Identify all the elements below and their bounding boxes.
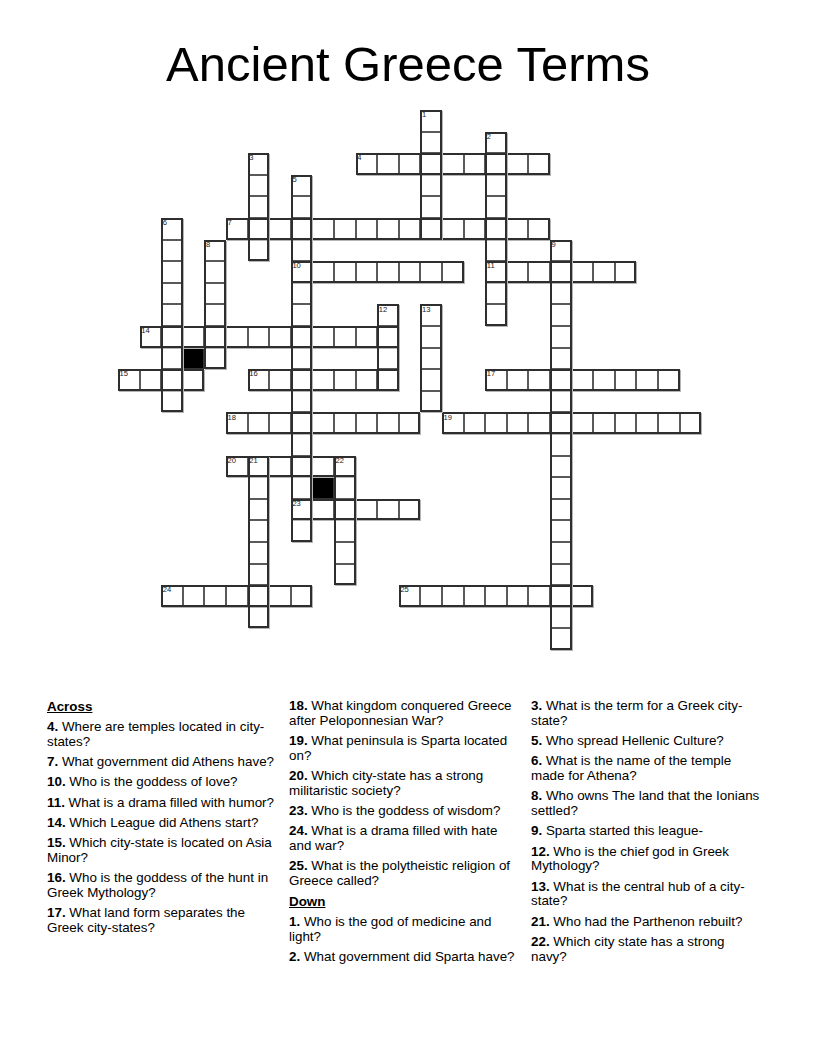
grid-cell[interactable] bbox=[356, 369, 378, 391]
grid-cell[interactable] bbox=[485, 196, 507, 218]
clue-number: 21. bbox=[531, 914, 550, 929]
grid-cell[interactable] bbox=[420, 132, 442, 154]
grid-cell[interactable] bbox=[528, 412, 550, 434]
grid-cell[interactable] bbox=[680, 412, 702, 434]
clue-text: Which League did Athens start? bbox=[66, 815, 259, 830]
clue-down-22: 22. Which city state has a strong navy? bbox=[531, 935, 761, 964]
grid-cell[interactable] bbox=[291, 520, 313, 542]
grid-cell[interactable] bbox=[291, 391, 313, 413]
grid-cell[interactable] bbox=[291, 218, 313, 240]
grid-cell[interactable] bbox=[248, 499, 270, 521]
black-cell bbox=[183, 348, 205, 370]
clue-number: 18. bbox=[289, 698, 308, 713]
grid-cell[interactable] bbox=[464, 153, 486, 175]
grid-cell[interactable] bbox=[312, 456, 334, 478]
grid-cell[interactable] bbox=[572, 369, 594, 391]
clue-number: 10. bbox=[47, 774, 66, 789]
clue-across-7: 7. What government did Athens have? bbox=[47, 755, 277, 770]
grid-cell[interactable] bbox=[312, 369, 334, 391]
clue-number: 9. bbox=[531, 823, 542, 838]
grid-cell[interactable] bbox=[550, 628, 572, 650]
across-heading: Across bbox=[47, 699, 277, 714]
grid-cell[interactable] bbox=[248, 153, 270, 175]
grid-cell[interactable] bbox=[572, 261, 594, 283]
grid-cell[interactable] bbox=[291, 499, 313, 521]
grid-cell[interactable] bbox=[420, 391, 442, 413]
clue-text: Which city-state is located on Asia Mino… bbox=[47, 835, 272, 865]
grid-cell[interactable] bbox=[485, 369, 507, 391]
clue-number: 19. bbox=[289, 733, 308, 748]
grid-cell[interactable] bbox=[550, 456, 572, 478]
grid-cell[interactable] bbox=[550, 348, 572, 370]
clue-down-3: 3. What is the term for a Greek city-sta… bbox=[531, 699, 761, 728]
clue-number: 4. bbox=[47, 719, 58, 734]
clue-across-18: 18. What kingdom conquered Greece after … bbox=[289, 699, 519, 728]
grid-cell[interactable] bbox=[420, 304, 442, 326]
grid-cell[interactable] bbox=[507, 369, 529, 391]
grid-cell[interactable] bbox=[204, 304, 226, 326]
grid-cell[interactable] bbox=[161, 283, 183, 305]
grid-cell[interactable] bbox=[161, 391, 183, 413]
grid-cell[interactable] bbox=[334, 520, 356, 542]
clue-number: 2. bbox=[289, 949, 300, 964]
grid-cell[interactable] bbox=[420, 175, 442, 197]
grid-cell[interactable] bbox=[420, 348, 442, 370]
grid-cell[interactable] bbox=[248, 607, 270, 629]
grid-cell[interactable] bbox=[248, 175, 270, 197]
grid-cell[interactable] bbox=[312, 499, 334, 521]
grid-cell[interactable] bbox=[572, 585, 594, 607]
grid-cell[interactable] bbox=[248, 456, 270, 478]
grid-cell[interactable] bbox=[356, 153, 378, 175]
clue-down-2: 2. What government did Sparta have? bbox=[289, 950, 519, 965]
grid-cell[interactable] bbox=[528, 585, 550, 607]
grid-cell[interactable] bbox=[291, 175, 313, 197]
grid-cell[interactable] bbox=[507, 218, 529, 240]
grid-cell[interactable] bbox=[334, 542, 356, 564]
grid-cell[interactable] bbox=[442, 261, 464, 283]
grid-cell[interactable] bbox=[140, 369, 162, 391]
grid-cell[interactable] bbox=[334, 326, 356, 348]
grid-cell[interactable] bbox=[161, 240, 183, 262]
grid-cell[interactable] bbox=[334, 369, 356, 391]
grid-cell[interactable] bbox=[226, 218, 248, 240]
grid-cell[interactable] bbox=[356, 218, 378, 240]
grid-cell[interactable] bbox=[485, 261, 507, 283]
grid-cell[interactable] bbox=[550, 304, 572, 326]
grid-cell[interactable] bbox=[248, 369, 270, 391]
grid-cell[interactable] bbox=[593, 261, 615, 283]
clue-text: Sparta started this league- bbox=[542, 823, 703, 838]
clue-down-5: 5. Who spread Hellenic Culture? bbox=[531, 734, 761, 749]
clue-across-16: 16. Who is the goddess of the hunt in Gr… bbox=[47, 871, 277, 900]
clue-text: What peninsula is Sparta located on? bbox=[289, 733, 507, 763]
clue-number: 24. bbox=[289, 823, 308, 838]
puzzle-title: Ancient Greece Terms bbox=[0, 36, 816, 92]
grid-cell[interactable] bbox=[356, 412, 378, 434]
clue-number: 1. bbox=[289, 914, 300, 929]
grid-cell[interactable] bbox=[550, 542, 572, 564]
clue-text: Who is the goddess of love? bbox=[66, 774, 238, 789]
grid-cell[interactable] bbox=[420, 369, 442, 391]
grid-cell[interactable] bbox=[334, 412, 356, 434]
grid-cell[interactable] bbox=[485, 153, 507, 175]
grid-cell[interactable] bbox=[356, 326, 378, 348]
clue-text: Who had the Parthenon rebuilt? bbox=[550, 914, 743, 929]
grid-cell[interactable] bbox=[399, 261, 421, 283]
clue-text: Which city state has a strong navy? bbox=[531, 934, 725, 964]
clue-text: Who is the chief god in Greek Mythology? bbox=[531, 844, 729, 874]
grid-cell[interactable] bbox=[550, 585, 572, 607]
grid-cell[interactable] bbox=[377, 218, 399, 240]
clue-number: 23. bbox=[289, 803, 308, 818]
grid-cell[interactable] bbox=[226, 456, 248, 478]
grid-cell[interactable] bbox=[550, 412, 572, 434]
grid-cell[interactable] bbox=[485, 132, 507, 154]
grid-cell[interactable] bbox=[399, 153, 421, 175]
grid-cell[interactable] bbox=[572, 412, 594, 434]
grid-cell[interactable] bbox=[658, 369, 680, 391]
clue-number: 11. bbox=[47, 795, 65, 810]
grid-cell[interactable] bbox=[356, 499, 378, 521]
grid-cell[interactable] bbox=[248, 585, 270, 607]
grid-cell[interactable] bbox=[291, 369, 313, 391]
clue-number: 7. bbox=[47, 754, 58, 769]
grid-cell[interactable] bbox=[636, 412, 658, 434]
grid-cell[interactable] bbox=[334, 261, 356, 283]
clue-across-10: 10. Who is the goddess of love? bbox=[47, 775, 277, 790]
grid-cell[interactable] bbox=[312, 261, 334, 283]
grid-cell[interactable] bbox=[420, 326, 442, 348]
grid-cell[interactable] bbox=[334, 456, 356, 478]
grid-cell[interactable] bbox=[269, 456, 291, 478]
clue-down-9: 9. Sparta started this league- bbox=[531, 824, 761, 839]
grid-cell[interactable] bbox=[636, 369, 658, 391]
clue-text: Which city-state has a strong militarist… bbox=[289, 768, 483, 798]
grid-cell[interactable] bbox=[485, 283, 507, 305]
grid-cell[interactable] bbox=[226, 326, 248, 348]
grid-cell[interactable] bbox=[464, 218, 486, 240]
clue-number: 8. bbox=[531, 788, 542, 803]
crossword-grid: 1234567891011121314151617181920212223242… bbox=[118, 110, 701, 650]
clue-down-6: 6. What is the name of the temple made f… bbox=[531, 754, 761, 783]
clue-number: 17. bbox=[47, 905, 66, 920]
clue-number: 12. bbox=[531, 844, 550, 859]
grid-cell[interactable] bbox=[312, 218, 334, 240]
grid-cell[interactable] bbox=[377, 153, 399, 175]
grid-cell[interactable] bbox=[204, 240, 226, 262]
grid-cell[interactable] bbox=[161, 326, 183, 348]
grid-cell[interactable] bbox=[550, 477, 572, 499]
grid-cell[interactable] bbox=[550, 499, 572, 521]
clue-text: Where are temples located in city-states… bbox=[47, 719, 264, 749]
grid-cell[interactable] bbox=[334, 499, 356, 521]
clue-text: What is the term for a Greek city-state? bbox=[531, 698, 742, 728]
grid-cell[interactable] bbox=[615, 412, 637, 434]
grid-cell[interactable] bbox=[550, 369, 572, 391]
grid-cell[interactable] bbox=[528, 218, 550, 240]
clue-down-13: 13. What is the central hub of a city-st… bbox=[531, 880, 761, 909]
grid-cell[interactable] bbox=[442, 585, 464, 607]
grid-cell[interactable] bbox=[420, 153, 442, 175]
grid-cell[interactable] bbox=[226, 412, 248, 434]
clue-number: 6. bbox=[531, 753, 542, 768]
grid-cell[interactable] bbox=[248, 326, 270, 348]
clue-text: What government did Athens have? bbox=[58, 754, 274, 769]
grid-cell[interactable] bbox=[615, 369, 637, 391]
grid-cell[interactable] bbox=[550, 326, 572, 348]
grid-cell[interactable] bbox=[334, 477, 356, 499]
grid-cell[interactable] bbox=[204, 326, 226, 348]
grid-cell[interactable] bbox=[442, 153, 464, 175]
grid-cell[interactable] bbox=[161, 348, 183, 370]
grid-cell[interactable] bbox=[161, 369, 183, 391]
grid-cell[interactable] bbox=[269, 326, 291, 348]
grid-cell[interactable] bbox=[312, 326, 334, 348]
clue-text: What land form separates the Greek city-… bbox=[47, 905, 245, 935]
clue-text: What is the name of the temple made for … bbox=[531, 753, 731, 783]
clue-number: 20. bbox=[289, 768, 308, 783]
clue-text: Who is the goddess of the hunt in Greek … bbox=[47, 870, 268, 900]
clue-text: What is the central hub of a city-state? bbox=[531, 879, 745, 909]
grid-cell[interactable] bbox=[248, 477, 270, 499]
grid-cell[interactable] bbox=[161, 261, 183, 283]
grid-cell[interactable] bbox=[248, 196, 270, 218]
clue-text: What kingdom conquered Greece after Pelo… bbox=[289, 698, 512, 728]
grid-cell[interactable] bbox=[291, 348, 313, 370]
grid-cell[interactable] bbox=[269, 218, 291, 240]
clue-down-12: 12. Who is the chief god in Greek Mythol… bbox=[531, 845, 761, 874]
clue-column-middle: 18. What kingdom conquered Greece after … bbox=[289, 699, 519, 971]
grid-cell[interactable] bbox=[183, 585, 205, 607]
clue-text: Who is the god of medicine and light? bbox=[289, 914, 491, 944]
grid-cell[interactable] bbox=[269, 412, 291, 434]
clue-number: 3. bbox=[531, 698, 542, 713]
grid-cell[interactable] bbox=[161, 218, 183, 240]
clue-across-4: 4. Where are temples located in city-sta… bbox=[47, 720, 277, 749]
clue-number: 25. bbox=[289, 858, 308, 873]
grid-cell[interactable] bbox=[507, 261, 529, 283]
grid-cell[interactable] bbox=[593, 369, 615, 391]
grid-cell[interactable] bbox=[399, 499, 421, 521]
grid-cell[interactable] bbox=[312, 412, 334, 434]
grid-cell[interactable] bbox=[377, 369, 399, 391]
clue-text: What is a drama filled with humor? bbox=[65, 795, 274, 810]
clue-across-11: 11. What is a drama filled with humor? bbox=[47, 796, 277, 811]
clue-across-15: 15. Which city-state is located on Asia … bbox=[47, 836, 277, 865]
clue-across-14: 14. Which League did Athens start? bbox=[47, 816, 277, 831]
grid-cell[interactable] bbox=[658, 412, 680, 434]
grid-cell[interactable] bbox=[161, 304, 183, 326]
grid-cell[interactable] bbox=[464, 585, 486, 607]
grid-cell[interactable] bbox=[399, 585, 421, 607]
grid-cell[interactable] bbox=[528, 261, 550, 283]
grid-cell[interactable] bbox=[183, 326, 205, 348]
grid-cell[interactable] bbox=[593, 412, 615, 434]
grid-cell[interactable] bbox=[204, 348, 226, 370]
clue-number: 22. bbox=[531, 934, 550, 949]
grid-cell[interactable] bbox=[291, 434, 313, 456]
grid-cell[interactable] bbox=[291, 283, 313, 305]
clue-column-left: Across4. Where are temples located in ci… bbox=[47, 699, 277, 941]
grid-cell[interactable] bbox=[248, 412, 270, 434]
grid-cell[interactable] bbox=[377, 412, 399, 434]
clue-across-23: 23. Who is the goddess of wisdom? bbox=[289, 804, 519, 819]
grid-cell[interactable] bbox=[291, 304, 313, 326]
clue-text: Who owns The land that the Ionians settl… bbox=[531, 788, 759, 818]
grid-cell[interactable] bbox=[204, 585, 226, 607]
clue-text: What government did Sparta have? bbox=[300, 949, 514, 964]
clue-text: Who spread Hellenic Culture? bbox=[542, 733, 724, 748]
grid-cell[interactable] bbox=[248, 218, 270, 240]
grid-cell[interactable] bbox=[420, 196, 442, 218]
grid-cell[interactable] bbox=[204, 261, 226, 283]
grid-cell[interactable] bbox=[269, 369, 291, 391]
grid-cell[interactable] bbox=[420, 110, 442, 132]
clue-text: What is the polytheistic religion of Gre… bbox=[289, 858, 510, 888]
grid-cell[interactable] bbox=[377, 304, 399, 326]
grid-cell[interactable] bbox=[550, 520, 572, 542]
grid-cell[interactable] bbox=[485, 304, 507, 326]
grid-cell[interactable] bbox=[118, 369, 140, 391]
grid-cell[interactable] bbox=[334, 218, 356, 240]
clue-text: What is a drama filled with hate and war… bbox=[289, 823, 497, 853]
grid-cell[interactable] bbox=[550, 564, 572, 586]
clue-across-20: 20. Which city-state has a strong milita… bbox=[289, 769, 519, 798]
grid-cell[interactable] bbox=[226, 585, 248, 607]
grid-cell[interactable] bbox=[442, 412, 464, 434]
grid-cell[interactable] bbox=[420, 218, 442, 240]
grid-cell[interactable] bbox=[550, 391, 572, 413]
grid-cell[interactable] bbox=[291, 196, 313, 218]
grid-cell[interactable] bbox=[161, 585, 183, 607]
grid-cell[interactable] bbox=[507, 153, 529, 175]
grid-cell[interactable] bbox=[485, 218, 507, 240]
grid-cell[interactable] bbox=[183, 369, 205, 391]
clue-across-24: 24. What is a drama filled with hate and… bbox=[289, 824, 519, 853]
grid-cell[interactable] bbox=[291, 585, 313, 607]
clue-number: 15. bbox=[47, 835, 66, 850]
grid-cell[interactable] bbox=[550, 240, 572, 262]
grid-cell[interactable] bbox=[485, 412, 507, 434]
clue-number: 13. bbox=[531, 879, 550, 894]
grid-cell[interactable] bbox=[248, 240, 270, 262]
grid-cell[interactable] bbox=[291, 326, 313, 348]
grid-cell[interactable] bbox=[204, 283, 226, 305]
clue-down-1: 1. Who is the god of medicine and light? bbox=[289, 915, 519, 944]
clue-column-right: 3. What is the term for a Greek city-sta… bbox=[531, 699, 761, 970]
clue-number: 5. bbox=[531, 733, 542, 748]
grid-cell[interactable] bbox=[399, 218, 421, 240]
grid-cell[interactable] bbox=[248, 520, 270, 542]
grid-cell[interactable] bbox=[248, 564, 270, 586]
grid-cell[interactable] bbox=[442, 218, 464, 240]
grid-cell[interactable] bbox=[507, 412, 529, 434]
grid-cell[interactable] bbox=[420, 585, 442, 607]
grid-cell[interactable] bbox=[356, 261, 378, 283]
clue-text: Who is the goddess of wisdom? bbox=[308, 803, 501, 818]
down-heading: Down bbox=[289, 894, 519, 909]
grid-cell[interactable] bbox=[248, 542, 270, 564]
grid-cell[interactable] bbox=[377, 348, 399, 370]
black-cell bbox=[312, 477, 334, 499]
clue-down-21: 21. Who had the Parthenon rebuilt? bbox=[531, 915, 761, 930]
grid-cell[interactable] bbox=[140, 326, 162, 348]
grid-cell[interactable] bbox=[291, 412, 313, 434]
grid-cell[interactable] bbox=[528, 369, 550, 391]
grid-cell[interactable] bbox=[485, 240, 507, 262]
crossword-worksheet: { "game": "crossword", "title": "Ancient… bbox=[0, 0, 816, 1056]
clue-across-25: 25. What is the polytheistic religion of… bbox=[289, 859, 519, 888]
grid-cell[interactable] bbox=[528, 153, 550, 175]
grid-cell[interactable] bbox=[615, 261, 637, 283]
grid-cell[interactable] bbox=[507, 585, 529, 607]
grid-cell[interactable] bbox=[399, 412, 421, 434]
grid-cell[interactable] bbox=[291, 456, 313, 478]
clue-down-8: 8. Who owns The land that the Ionians se… bbox=[531, 789, 761, 818]
grid-cell[interactable] bbox=[334, 564, 356, 586]
grid-cell[interactable] bbox=[377, 499, 399, 521]
grid-cell[interactable] bbox=[291, 261, 313, 283]
grid-cell[interactable] bbox=[464, 412, 486, 434]
clue-across-17: 17. What land form separates the Greek c… bbox=[47, 906, 277, 935]
clue-number: 16. bbox=[47, 870, 66, 885]
clue-across-19: 19. What peninsula is Sparta located on? bbox=[289, 734, 519, 763]
grid-cell[interactable] bbox=[485, 585, 507, 607]
grid-cell[interactable] bbox=[291, 477, 313, 499]
clue-number: 14. bbox=[47, 815, 66, 830]
grid-cell[interactable] bbox=[420, 261, 442, 283]
grid-cell[interactable] bbox=[377, 326, 399, 348]
grid-cell[interactable] bbox=[550, 283, 572, 305]
grid-cell[interactable] bbox=[550, 261, 572, 283]
grid-cell[interactable] bbox=[550, 607, 572, 629]
grid-cell[interactable] bbox=[269, 585, 291, 607]
grid-cell[interactable] bbox=[485, 175, 507, 197]
grid-cell[interactable] bbox=[550, 434, 572, 456]
grid-cell[interactable] bbox=[377, 261, 399, 283]
grid-cell[interactable] bbox=[291, 240, 313, 262]
